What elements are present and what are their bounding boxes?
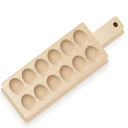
- board-face: [0, 21, 110, 119]
- pit-grid: [6, 27, 104, 114]
- photo-background: [0, 0, 128, 128]
- hanging-hole-icon: [112, 22, 118, 28]
